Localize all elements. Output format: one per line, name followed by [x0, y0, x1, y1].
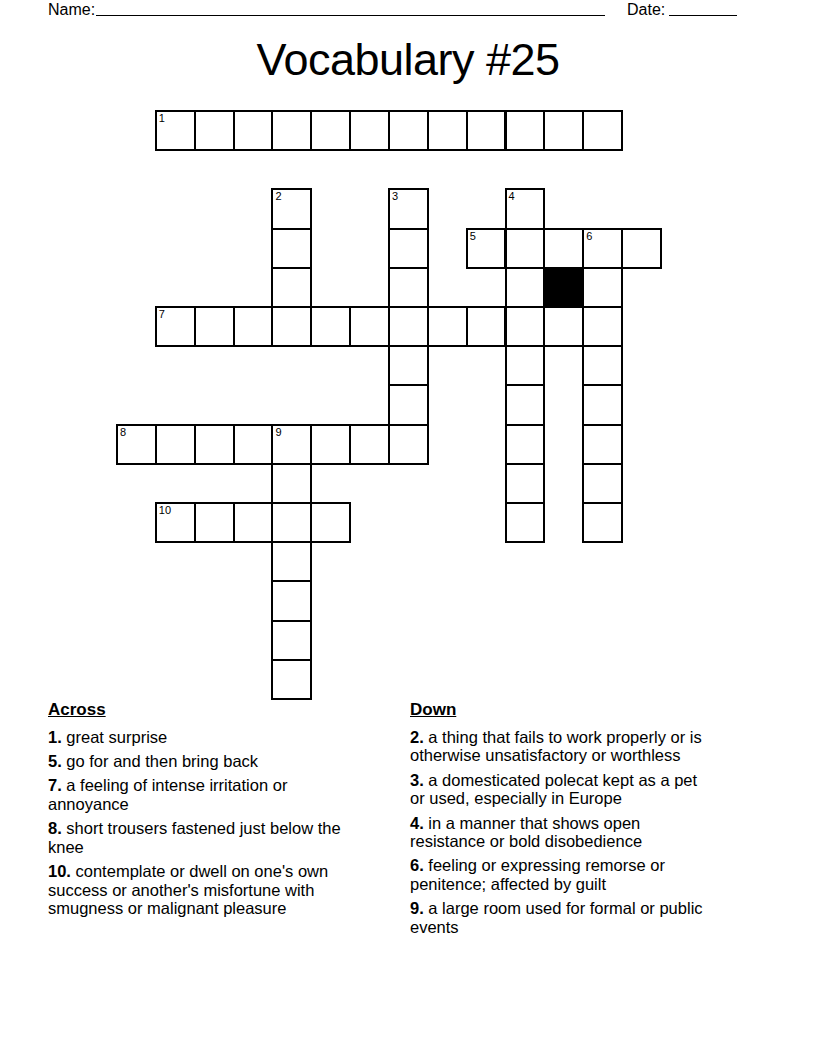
clue-down-2-number: 2.: [410, 728, 424, 746]
clue-down-4: 4. in a manner that shows open resistanc…: [410, 814, 710, 851]
cell-r11c4[interactable]: [271, 541, 312, 582]
clue-across-1-number: 1.: [48, 728, 62, 746]
clue-across-7: 7. a feeling of intense irritation or an…: [48, 776, 348, 813]
cell-r0c3[interactable]: [233, 110, 274, 151]
clue-across-1: 1. great surprise: [48, 728, 348, 747]
clue-down-9-number: 9.: [410, 899, 424, 917]
cell-r5c5[interactable]: [310, 306, 351, 347]
cell-r0c12[interactable]: [582, 110, 623, 151]
cell-r6c12[interactable]: [582, 345, 623, 386]
page-title: Vocabulary #25: [0, 34, 816, 86]
cell-r5c9[interactable]: [466, 306, 507, 347]
cell-r5c6[interactable]: [349, 306, 390, 347]
clue-down-6: 6. feeling or expressing remorse or peni…: [410, 856, 710, 893]
clue-down-3: 3. a domesticated polecat kept as a pet …: [410, 771, 710, 808]
cell-r3c13[interactable]: [621, 228, 662, 269]
clue-across-5: 5. go for and then bring back: [48, 752, 348, 771]
clue-down-3-number: 3.: [410, 771, 424, 789]
name-label: Name:: [48, 0, 95, 19]
cell-r4c7[interactable]: [388, 267, 429, 308]
cell-r0c9[interactable]: [466, 110, 507, 151]
cell-r0c8[interactable]: [427, 110, 468, 151]
cell-r8c4[interactable]: [271, 424, 312, 465]
cell-r7c12[interactable]: [582, 384, 623, 425]
down-clues-list: 2. a thing that fails to work properly o…: [410, 728, 710, 937]
cell-r12c4[interactable]: [271, 580, 312, 621]
cell-r10c4[interactable]: [271, 502, 312, 543]
cell-r10c3[interactable]: [233, 502, 274, 543]
cell-r8c3[interactable]: [233, 424, 274, 465]
crossword-grid: 12345678910: [116, 110, 664, 700]
across-clues-list: 1. great surprise5. go for and then brin…: [48, 728, 348, 918]
cell-r8c1[interactable]: [155, 424, 196, 465]
date-label: Date:: [627, 0, 665, 19]
clue-across-10: 10. contemplate or dwell on one's own su…: [48, 862, 348, 918]
cell-r8c5[interactable]: [310, 424, 351, 465]
clue-down-4-number: 4.: [410, 814, 424, 832]
cell-r0c6[interactable]: [349, 110, 390, 151]
cell-r4c12[interactable]: [582, 267, 623, 308]
cell-r9c4[interactable]: [271, 463, 312, 504]
cell-r5c1[interactable]: [155, 306, 196, 347]
name-input-line[interactable]: [96, 2, 605, 16]
cell-r5c11[interactable]: [543, 306, 584, 347]
across-heading: Across: [48, 701, 348, 720]
cell-r3c7[interactable]: [388, 228, 429, 269]
cell-r0c5[interactable]: [310, 110, 351, 151]
cell-r3c11[interactable]: [543, 228, 584, 269]
cell-r5c4[interactable]: [271, 306, 312, 347]
across-clues-column: Across 1. great surprise5. go for and th…: [48, 701, 348, 924]
cell-r3c9[interactable]: [466, 228, 507, 269]
cell-r5c7[interactable]: [388, 306, 429, 347]
cell-r5c2[interactable]: [194, 306, 235, 347]
clue-across-5-number: 5.: [48, 752, 62, 770]
cell-r4c10[interactable]: [505, 267, 546, 308]
cell-r7c10[interactable]: [505, 384, 546, 425]
clue-across-10-number: 10.: [48, 862, 71, 880]
cell-r6c7[interactable]: [388, 345, 429, 386]
down-heading: Down: [410, 701, 710, 720]
down-clues-column: Down 2. a thing that fails to work prope…: [410, 701, 710, 942]
cell-r3c10[interactable]: [505, 228, 546, 269]
cell-r10c10[interactable]: [505, 502, 546, 543]
cell-r8c7[interactable]: [388, 424, 429, 465]
clue-down-6-number: 6.: [410, 856, 424, 874]
cell-r5c8[interactable]: [427, 306, 468, 347]
cell-r4c4[interactable]: [271, 267, 312, 308]
clue-across-8: 8. short trousers fastened just below th…: [48, 819, 348, 856]
cell-r8c0[interactable]: [116, 424, 157, 465]
cell-r8c2[interactable]: [194, 424, 235, 465]
cell-r3c12[interactable]: [582, 228, 623, 269]
cell-r10c2[interactable]: [194, 502, 235, 543]
black-cell: [543, 267, 584, 308]
cell-r0c1[interactable]: [155, 110, 196, 151]
cell-r10c1[interactable]: [155, 502, 196, 543]
cell-r0c11[interactable]: [543, 110, 584, 151]
cell-r2c4[interactable]: [271, 188, 312, 229]
cell-r0c2[interactable]: [194, 110, 235, 151]
clue-across-8-number: 8.: [48, 819, 62, 837]
cell-r7c7[interactable]: [388, 384, 429, 425]
cell-r0c10[interactable]: [505, 110, 546, 151]
cell-r8c10[interactable]: [505, 424, 546, 465]
cell-r6c10[interactable]: [505, 345, 546, 386]
cell-r14c4[interactable]: [271, 659, 312, 700]
cell-r8c12[interactable]: [582, 424, 623, 465]
cell-r5c10[interactable]: [505, 306, 546, 347]
cell-r0c4[interactable]: [271, 110, 312, 151]
cell-r5c12[interactable]: [582, 306, 623, 347]
clue-across-7-number: 7.: [48, 776, 62, 794]
cell-r9c12[interactable]: [582, 463, 623, 504]
cell-r2c7[interactable]: [388, 188, 429, 229]
cell-r10c12[interactable]: [582, 502, 623, 543]
clue-down-9: 9. a large room used for formal or publi…: [410, 899, 710, 936]
cell-r10c5[interactable]: [310, 502, 351, 543]
clue-down-2: 2. a thing that fails to work properly o…: [410, 728, 710, 765]
cell-r0c7[interactable]: [388, 110, 429, 151]
cell-r2c10[interactable]: [505, 188, 546, 229]
cell-r13c4[interactable]: [271, 620, 312, 661]
cell-r8c6[interactable]: [349, 424, 390, 465]
cell-r3c4[interactable]: [271, 228, 312, 269]
cell-r9c10[interactable]: [505, 463, 546, 504]
cell-r5c3[interactable]: [233, 306, 274, 347]
date-input-line[interactable]: [669, 2, 737, 16]
